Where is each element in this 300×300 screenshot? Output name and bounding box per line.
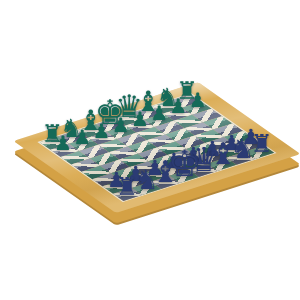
frame-gloss-highlight [13, 82, 300, 213]
board-frame [13, 82, 300, 213]
chess-set-photo: ♜♞♝♛♚♝♞♜♟♟♟♟♟♟♟♟♟♟♟♟♟♟♟♟♜♞♝♛♚♝♞♜ [0, 0, 300, 300]
